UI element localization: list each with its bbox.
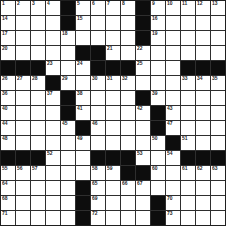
cell-r4c9[interactable]: 25 [136,61,150,75]
clue-number-41: 41 [77,106,83,111]
cell-r5c6[interactable]: 30 [91,76,105,90]
cell-r14c14[interactable] [211,211,225,225]
clue-number-7: 7 [107,1,110,6]
clue-number-23: 23 [47,61,53,66]
black-cell-r4c2 [31,61,45,75]
cell-r3c1[interactable] [16,46,30,60]
cell-r3c0[interactable]: 20 [1,46,15,60]
cell-r7c7[interactable] [106,106,120,120]
black-cell-r13c10 [151,196,165,210]
clue-number-47: 47 [167,121,173,126]
cell-r1c10[interactable]: 16 [151,16,165,30]
clue-number-28: 28 [32,76,38,81]
cell-r12c7[interactable] [106,181,120,195]
cell-r2c13[interactable] [196,31,210,45]
clue-number-9: 9 [152,1,155,6]
cell-r14c4[interactable] [61,211,75,225]
cell-r9c12[interactable]: 51 [181,136,195,150]
cell-r11c10[interactable]: 60 [151,166,165,180]
cell-r0c1[interactable]: 2 [16,1,30,15]
black-cell-r4c6 [91,61,105,75]
black-cell-r8c10 [151,121,165,135]
black-cell-r4c14 [211,61,225,75]
cell-r12c6[interactable]: 65 [91,181,105,195]
cell-r8c2[interactable] [31,121,45,135]
cell-r5c11[interactable] [166,76,180,90]
cell-r13c12[interactable] [181,196,195,210]
clue-number-12: 12 [197,1,203,6]
cell-r12c12[interactable] [181,181,195,195]
cell-r9c8[interactable] [121,136,135,150]
cell-r0c14[interactable]: 13 [211,1,225,15]
clue-number-24: 24 [77,61,83,66]
cell-r9c13[interactable] [196,136,210,150]
cell-r11c14[interactable]: 63 [211,166,225,180]
cell-r12c13[interactable] [196,181,210,195]
black-cell-r4c12 [181,61,195,75]
cell-r7c1[interactable] [16,106,30,120]
clue-number-70: 70 [167,196,173,201]
cell-r9c14[interactable] [211,136,225,150]
clue-number-59: 59 [107,166,113,171]
cell-r5c7[interactable]: 31 [106,76,120,90]
clue-number-52: 52 [47,151,53,156]
cell-r0c10[interactable]: 9 [151,1,165,15]
cell-r8c8[interactable] [121,121,135,135]
cell-r1c0[interactable]: 14 [1,16,15,30]
cell-r12c11[interactable] [166,181,180,195]
cell-r1c7[interactable] [106,16,120,30]
cell-r11c5[interactable] [76,166,90,180]
black-cell-r10c7 [106,151,120,165]
cell-r7c2[interactable] [31,106,45,120]
cell-r2c4[interactable]: 18 [61,31,75,45]
cell-r1c2[interactable] [31,16,45,30]
cell-r9c7[interactable] [106,136,120,150]
cell-r8c6[interactable]: 46 [91,121,105,135]
cell-r6c1[interactable] [16,91,30,105]
cell-r0c6[interactable]: 6 [91,1,105,15]
cell-r12c2[interactable] [31,181,45,195]
cell-r4c11[interactable] [166,61,180,75]
clue-number-46: 46 [92,121,98,126]
clue-number-37: 37 [47,91,53,96]
cell-r11c7[interactable]: 59 [106,166,120,180]
cell-r12c1[interactable] [16,181,30,195]
clue-number-50: 50 [152,136,158,141]
cell-r11c12[interactable]: 61 [181,166,195,180]
cell-r3c13[interactable] [196,46,210,60]
clue-number-30: 30 [92,76,98,81]
cell-r6c6[interactable] [91,91,105,105]
clue-number-51: 51 [182,136,188,141]
black-cell-r8c5 [76,121,90,135]
clue-number-71: 71 [2,211,8,216]
cell-r7c6[interactable] [91,106,105,120]
cell-r11c11[interactable] [166,166,180,180]
cell-r0c11[interactable]: 10 [166,1,180,15]
cell-r6c12[interactable] [181,91,195,105]
cell-r8c13[interactable] [196,121,210,135]
cell-r4c5[interactable]: 24 [76,61,90,75]
clue-number-69: 69 [92,196,98,201]
cell-r7c8[interactable] [121,106,135,120]
clue-number-29: 29 [62,76,68,81]
cell-r3c3[interactable] [46,46,60,60]
cell-r0c8[interactable]: 8 [121,1,135,15]
clue-number-15: 15 [77,16,83,21]
clue-number-62: 62 [197,166,203,171]
black-cell-r2c9 [136,31,150,45]
cell-r6c3[interactable]: 37 [46,91,60,105]
cell-r2c11[interactable] [166,31,180,45]
black-cell-r0c9 [136,1,150,15]
clue-number-33: 33 [182,76,188,81]
black-cell-r4c7 [106,61,120,75]
cell-r10c11[interactable]: 54 [166,151,180,165]
cell-r0c5[interactable]: 5 [76,1,90,15]
cell-r7c5[interactable]: 41 [76,106,90,120]
black-cell-r3c6 [91,46,105,60]
cell-r8c9[interactable] [136,121,150,135]
cell-r10c4[interactable] [61,151,75,165]
black-cell-r6c9 [136,91,150,105]
clue-number-45: 45 [62,121,68,126]
cell-r11c0[interactable]: 55 [1,166,15,180]
cell-r2c10[interactable]: 19 [151,31,165,45]
clue-number-31: 31 [107,76,113,81]
cell-r0c0[interactable]: 1 [1,1,15,15]
cell-r13c13[interactable] [196,196,210,210]
cell-r8c14[interactable] [211,121,225,135]
cell-r5c4[interactable]: 29 [61,76,75,90]
black-cell-r10c8 [121,151,135,165]
cell-r7c11[interactable]: 43 [166,106,180,120]
clue-number-64: 64 [2,181,8,186]
cell-r7c3[interactable] [46,106,60,120]
cell-r1c1[interactable] [16,16,30,30]
cell-r8c1[interactable] [16,121,30,135]
cell-r8c3[interactable] [46,121,60,135]
black-cell-r1c9 [136,16,150,30]
cell-r13c9[interactable] [136,196,150,210]
cell-r5c5[interactable] [76,76,90,90]
cell-r6c10[interactable]: 39 [151,91,165,105]
clue-number-6: 6 [92,1,95,6]
cell-r3c9[interactable]: 22 [136,46,150,60]
cell-r14c7[interactable] [106,211,120,225]
cell-r10c5[interactable] [76,151,90,165]
clue-number-40: 40 [2,106,8,111]
black-cell-r10c12 [181,151,195,165]
cell-r3c11[interactable] [166,46,180,60]
cell-r5c13[interactable]: 34 [196,76,210,90]
cell-r5c1[interactable]: 27 [16,76,30,90]
black-cell-r10c1 [16,151,30,165]
clue-number-3: 3 [32,1,35,6]
black-cell-r4c13 [196,61,210,75]
cell-r11c3[interactable] [46,166,60,180]
cell-r1c6[interactable] [91,16,105,30]
cell-r2c5[interactable] [76,31,90,45]
clue-number-19: 19 [152,31,158,36]
cell-r9c10[interactable]: 50 [151,136,165,150]
cell-r13c7[interactable] [106,196,120,210]
cell-r14c3[interactable] [46,211,60,225]
cell-r6c11[interactable] [166,91,180,105]
cell-r14c6[interactable]: 72 [91,211,105,225]
cell-r3c14[interactable] [211,46,225,60]
cell-r7c13[interactable] [196,106,210,120]
cell-r7c9[interactable]: 42 [136,106,150,120]
black-cell-r13c5 [76,196,90,210]
cell-r12c14[interactable] [211,181,225,195]
black-cell-r10c2 [31,151,45,165]
clue-number-57: 57 [32,166,38,171]
cell-r0c12[interactable]: 11 [181,1,195,15]
black-cell-r10c13 [196,151,210,165]
clue-number-48: 48 [2,136,8,141]
black-cell-r3c5 [76,46,90,60]
cell-r6c0[interactable]: 36 [1,91,15,105]
cell-r6c5[interactable]: 38 [76,91,90,105]
clue-number-14: 14 [2,16,8,21]
cell-r4c10[interactable] [151,61,165,75]
black-cell-r12c5 [76,181,90,195]
cell-r3c4[interactable] [61,46,75,60]
clue-number-43: 43 [167,106,173,111]
cell-r10c3[interactable]: 52 [46,151,60,165]
cell-r5c14[interactable]: 35 [211,76,225,90]
clue-number-18: 18 [62,31,68,36]
cell-r10c9[interactable]: 53 [136,151,150,165]
clue-number-26: 26 [2,76,8,81]
clue-number-8: 8 [122,1,125,6]
clue-number-55: 55 [2,166,8,171]
cell-r13c6[interactable]: 69 [91,196,105,210]
black-cell-r10c6 [91,151,105,165]
cell-r9c2[interactable] [31,136,45,150]
clue-number-44: 44 [2,121,8,126]
clue-number-35: 35 [212,76,218,81]
clue-number-32: 32 [122,76,128,81]
cell-r14c8[interactable] [121,211,135,225]
cell-r2c7[interactable] [106,31,120,45]
clue-number-11: 11 [182,1,187,6]
cell-r11c2[interactable]: 57 [31,166,45,180]
cell-r5c2[interactable]: 28 [31,76,45,90]
black-cell-r14c10 [151,211,165,225]
clue-number-25: 25 [137,61,143,66]
cell-r12c4[interactable] [61,181,75,195]
cell-r11c4[interactable] [61,166,75,180]
clue-number-61: 61 [182,166,188,171]
cell-r14c11[interactable]: 73 [166,211,180,225]
cell-r1c5[interactable]: 15 [76,16,90,30]
cell-r1c14[interactable] [211,16,225,30]
cell-r3c7[interactable]: 21 [106,46,120,60]
clue-number-54: 54 [167,151,173,156]
cell-r9c6[interactable] [91,136,105,150]
clue-number-73: 73 [167,211,173,216]
clue-number-63: 63 [212,166,218,171]
cell-r12c9[interactable]: 67 [136,181,150,195]
clue-number-60: 60 [152,166,158,171]
page: 1234567891011121314151617181920212223242… [0,0,227,226]
cell-r11c1[interactable]: 56 [16,166,30,180]
cell-r7c14[interactable] [211,106,225,120]
clue-number-67: 67 [137,181,143,186]
clue-number-1: 1 [2,1,5,6]
black-cell-r4c1 [16,61,30,75]
cell-r1c13[interactable] [196,16,210,30]
clue-number-10: 10 [167,1,173,6]
clue-number-22: 22 [137,46,143,51]
cell-r12c3[interactable] [46,181,60,195]
clue-number-66: 66 [122,181,128,186]
cell-r2c1[interactable] [16,31,30,45]
cell-r6c8[interactable] [121,91,135,105]
cell-r2c2[interactable] [31,31,45,45]
cell-r8c12[interactable] [181,121,195,135]
cell-r0c3[interactable]: 4 [46,1,60,15]
cell-r14c2[interactable] [31,211,45,225]
cell-r5c9[interactable] [136,76,150,90]
cell-r7c0[interactable]: 40 [1,106,15,120]
black-cell-r6c4 [61,91,75,105]
clue-number-5: 5 [77,1,80,6]
cell-r9c3[interactable] [46,136,60,150]
cell-r5c8[interactable]: 32 [121,76,135,90]
cell-r0c13[interactable]: 12 [196,1,210,15]
cell-r13c3[interactable] [46,196,60,210]
black-cell-r10c14 [211,151,225,165]
black-cell-r4c0 [1,61,15,75]
black-cell-r10c0 [1,151,15,165]
clue-number-21: 21 [107,46,113,51]
black-cell-r11c8 [121,166,135,180]
cell-r5c0[interactable]: 26 [1,76,15,90]
clue-number-17: 17 [2,31,8,36]
cell-r3c8[interactable] [121,46,135,60]
clue-number-68: 68 [2,196,8,201]
black-cell-r1c4 [61,16,75,30]
black-cell-r5c3 [46,76,60,90]
cell-r8c7[interactable] [106,121,120,135]
cell-r2c12[interactable] [181,31,195,45]
clue-number-36: 36 [2,91,8,96]
black-cell-r7c10 [151,106,165,120]
cell-r9c9[interactable] [136,136,150,150]
cell-r6c14[interactable] [211,91,225,105]
cell-r6c13[interactable] [196,91,210,105]
cell-r9c1[interactable] [16,136,30,150]
clue-number-39: 39 [152,91,158,96]
cell-r1c8[interactable] [121,16,135,30]
cell-r5c10[interactable] [151,76,165,90]
cell-r2c3[interactable] [46,31,60,45]
cell-r13c0[interactable]: 68 [1,196,15,210]
cell-r8c0[interactable]: 44 [1,121,15,135]
cell-r13c4[interactable] [61,196,75,210]
black-cell-r4c8 [121,61,135,75]
clue-number-56: 56 [17,166,23,171]
clue-number-72: 72 [92,211,98,216]
cell-r13c8[interactable] [121,196,135,210]
cell-r13c14[interactable] [211,196,225,210]
clue-number-20: 20 [2,46,8,51]
cell-r11c13[interactable]: 62 [196,166,210,180]
clue-number-53: 53 [137,151,143,156]
black-cell-r7c4 [61,106,75,120]
cell-r10c10[interactable] [151,151,165,165]
cell-r8c4[interactable]: 45 [61,121,75,135]
cell-r14c12[interactable] [181,211,195,225]
cell-r12c10[interactable] [151,181,165,195]
cell-r5c12[interactable]: 33 [181,76,195,90]
cell-r6c7[interactable] [106,91,120,105]
cell-r14c1[interactable] [16,211,30,225]
clue-number-49: 49 [77,136,83,141]
cell-r13c1[interactable] [16,196,30,210]
black-cell-r14c5 [76,211,90,225]
cell-r1c12[interactable] [181,16,195,30]
cell-r2c14[interactable] [211,31,225,45]
cell-r9c5[interactable]: 49 [76,136,90,150]
cell-r13c2[interactable] [31,196,45,210]
cell-r2c6[interactable] [91,31,105,45]
clue-number-58: 58 [92,166,98,171]
black-cell-r9c11 [166,136,180,150]
cell-r12c8[interactable]: 66 [121,181,135,195]
clue-number-2: 2 [17,1,20,6]
cell-r14c13[interactable] [196,211,210,225]
cell-r3c2[interactable] [31,46,45,60]
clue-number-4: 4 [47,1,50,6]
cell-r9c4[interactable] [61,136,75,150]
black-cell-r0c4 [61,1,75,15]
cell-r8c11[interactable]: 47 [166,121,180,135]
black-cell-r11c9 [136,166,150,180]
cell-r3c12[interactable] [181,46,195,60]
clue-number-34: 34 [197,76,203,81]
clue-number-38: 38 [77,91,83,96]
clue-number-16: 16 [152,16,158,21]
cell-r13c11[interactable]: 70 [166,196,180,210]
cell-r2c0[interactable]: 17 [1,31,15,45]
cell-r3c10[interactable] [151,46,165,60]
clue-number-27: 27 [17,76,23,81]
cell-r12c0[interactable]: 64 [1,181,15,195]
cell-r6c2[interactable] [31,91,45,105]
cell-r11c6[interactable]: 58 [91,166,105,180]
cell-r0c2[interactable]: 3 [31,1,45,15]
cell-r4c3[interactable]: 23 [46,61,60,75]
cell-r4c4[interactable] [61,61,75,75]
cell-r1c3[interactable] [46,16,60,30]
cell-r9c0[interactable]: 48 [1,136,15,150]
cell-r14c9[interactable] [136,211,150,225]
cell-r7c12[interactable] [181,106,195,120]
cell-r0c7[interactable]: 7 [106,1,120,15]
crossword-grid: 1234567891011121314151617181920212223242… [0,0,226,226]
cell-r14c0[interactable]: 71 [1,211,15,225]
cell-r2c8[interactable] [121,31,135,45]
clue-number-42: 42 [137,106,143,111]
clue-number-65: 65 [92,181,98,186]
clue-number-13: 13 [212,1,218,6]
cell-r1c11[interactable] [166,16,180,30]
